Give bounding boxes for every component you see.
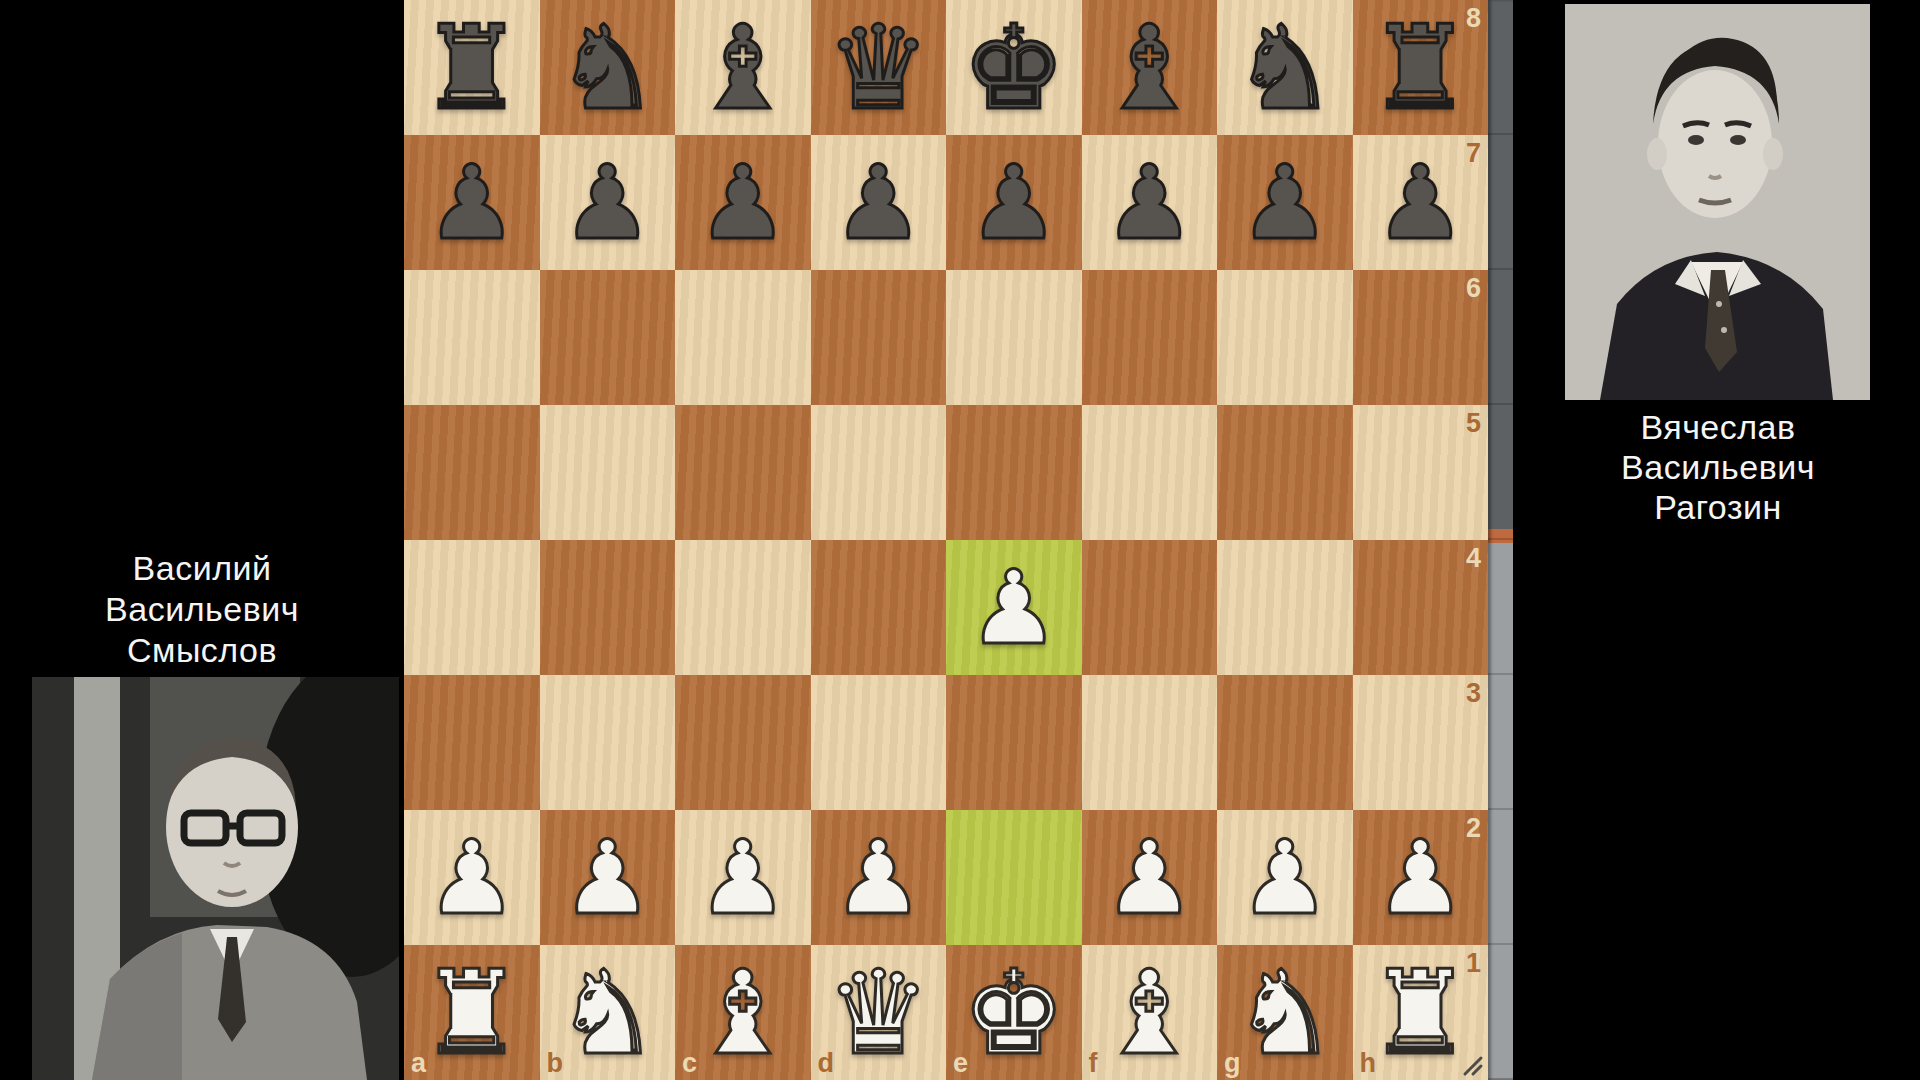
rank-label-4: 4 bbox=[1466, 543, 1481, 574]
white-pawn-g2[interactable]: ♟ bbox=[1217, 810, 1353, 945]
white-pawn-d2[interactable]: ♟ bbox=[811, 810, 947, 945]
rank-label-3: 3 bbox=[1466, 678, 1481, 709]
square-e4[interactable]: ♟ bbox=[946, 540, 1082, 675]
square-f2[interactable]: ♟ bbox=[1082, 810, 1218, 945]
square-a5[interactable] bbox=[404, 405, 540, 540]
black-pawn-c7[interactable]: ♟ bbox=[675, 135, 811, 270]
square-b7[interactable]: ♟ bbox=[540, 135, 676, 270]
square-b5[interactable] bbox=[540, 405, 676, 540]
square-h6[interactable]: 6 bbox=[1353, 270, 1489, 405]
white-pawn-f2[interactable]: ♟ bbox=[1082, 810, 1218, 945]
square-f6[interactable] bbox=[1082, 270, 1218, 405]
square-h4[interactable]: 4 bbox=[1353, 540, 1489, 675]
square-g4[interactable] bbox=[1217, 540, 1353, 675]
black-pawn-e7[interactable]: ♟ bbox=[946, 135, 1082, 270]
file-label-d: d bbox=[818, 1048, 835, 1079]
square-d2[interactable]: ♟ bbox=[811, 810, 947, 945]
left-player-name-line2: Васильевич bbox=[0, 589, 404, 630]
right-player-name-line3: Рагозин bbox=[1545, 487, 1891, 527]
black-pawn-a7[interactable]: ♟ bbox=[404, 135, 540, 270]
rank-label-5: 5 bbox=[1466, 408, 1481, 439]
right-player-name-line1: Вячеслав bbox=[1545, 407, 1891, 447]
white-pawn-a2[interactable]: ♟ bbox=[404, 810, 540, 945]
file-label-f: f bbox=[1089, 1048, 1098, 1079]
white-bishop-f1[interactable]: ♝ bbox=[1082, 945, 1218, 1080]
square-c2[interactable]: ♟ bbox=[675, 810, 811, 945]
square-g6[interactable] bbox=[1217, 270, 1353, 405]
square-a7[interactable]: ♟ bbox=[404, 135, 540, 270]
square-e5[interactable] bbox=[946, 405, 1082, 540]
square-a8[interactable]: ♜ bbox=[404, 0, 540, 135]
square-c6[interactable] bbox=[675, 270, 811, 405]
square-h2[interactable]: ♟2 bbox=[1353, 810, 1489, 945]
black-knight-b8[interactable]: ♞ bbox=[540, 0, 676, 135]
square-b1[interactable]: ♞b bbox=[540, 945, 676, 1080]
square-e2[interactable] bbox=[946, 810, 1082, 945]
right-player-name: Вячеслав Васильевич Рагозин bbox=[1545, 407, 1891, 527]
right-player-name-line2: Васильевич bbox=[1545, 447, 1891, 487]
square-a4[interactable] bbox=[404, 540, 540, 675]
square-d8[interactable]: ♛ bbox=[811, 0, 947, 135]
square-f7[interactable]: ♟ bbox=[1082, 135, 1218, 270]
square-e7[interactable]: ♟ bbox=[946, 135, 1082, 270]
square-d6[interactable] bbox=[811, 270, 947, 405]
square-c1[interactable]: ♝c bbox=[675, 945, 811, 1080]
square-h7[interactable]: ♟7 bbox=[1353, 135, 1489, 270]
square-f4[interactable] bbox=[1082, 540, 1218, 675]
file-label-b: b bbox=[547, 1048, 564, 1079]
square-d5[interactable] bbox=[811, 405, 947, 540]
square-a6[interactable] bbox=[404, 270, 540, 405]
black-bishop-f8[interactable]: ♝ bbox=[1082, 0, 1218, 135]
square-a2[interactable]: ♟ bbox=[404, 810, 540, 945]
square-h5[interactable]: 5 bbox=[1353, 405, 1489, 540]
video-frame: Василий Васильевич Смыслов ♜♞♝ bbox=[0, 0, 1920, 1080]
black-pawn-g7[interactable]: ♟ bbox=[1217, 135, 1353, 270]
left-player-photo bbox=[32, 677, 399, 1080]
black-knight-g8[interactable]: ♞ bbox=[1217, 0, 1353, 135]
square-b4[interactable] bbox=[540, 540, 676, 675]
square-b8[interactable]: ♞ bbox=[540, 0, 676, 135]
square-f5[interactable] bbox=[1082, 405, 1218, 540]
file-label-h: h bbox=[1360, 1048, 1377, 1079]
black-pawn-b7[interactable]: ♟ bbox=[540, 135, 676, 270]
white-pawn-b2[interactable]: ♟ bbox=[540, 810, 676, 945]
square-g2[interactable]: ♟ bbox=[1217, 810, 1353, 945]
square-d4[interactable] bbox=[811, 540, 947, 675]
black-pawn-f7[interactable]: ♟ bbox=[1082, 135, 1218, 270]
square-f8[interactable]: ♝ bbox=[1082, 0, 1218, 135]
square-b6[interactable] bbox=[540, 270, 676, 405]
square-e1[interactable]: ♚e bbox=[946, 945, 1082, 1080]
rank-label-8: 8 bbox=[1466, 3, 1481, 34]
square-f1[interactable]: ♝f bbox=[1082, 945, 1218, 1080]
square-e8[interactable]: ♚ bbox=[946, 0, 1082, 135]
black-rook-a8[interactable]: ♜ bbox=[404, 0, 540, 135]
left-player-name-line3: Смыслов bbox=[0, 630, 404, 671]
left-player-name-line1: Василий bbox=[0, 548, 404, 589]
right-player-photo bbox=[1565, 4, 1870, 400]
square-h3[interactable]: 3 bbox=[1353, 675, 1489, 810]
rank-label-7: 7 bbox=[1466, 138, 1481, 169]
black-king-e8[interactable]: ♚ bbox=[946, 0, 1082, 135]
file-label-c: c bbox=[682, 1048, 697, 1079]
square-c4[interactable] bbox=[675, 540, 811, 675]
move-scrollbar[interactable] bbox=[1488, 0, 1513, 1080]
rank-label-6: 6 bbox=[1466, 273, 1481, 304]
square-g5[interactable] bbox=[1217, 405, 1353, 540]
square-d3[interactable] bbox=[811, 675, 947, 810]
file-label-a: a bbox=[411, 1048, 426, 1079]
square-d1[interactable]: ♛d bbox=[811, 945, 947, 1080]
rank-label-1: 1 bbox=[1466, 948, 1481, 979]
rank-label-2: 2 bbox=[1466, 813, 1481, 844]
square-a1[interactable]: ♜a bbox=[404, 945, 540, 1080]
square-e6[interactable] bbox=[946, 270, 1082, 405]
black-pawn-d7[interactable]: ♟ bbox=[811, 135, 947, 270]
square-b3[interactable] bbox=[540, 675, 676, 810]
square-d7[interactable]: ♟ bbox=[811, 135, 947, 270]
square-g8[interactable]: ♞ bbox=[1217, 0, 1353, 135]
square-e3[interactable] bbox=[946, 675, 1082, 810]
file-label-e: e bbox=[953, 1048, 968, 1079]
black-bishop-c8[interactable]: ♝ bbox=[675, 0, 811, 135]
square-b2[interactable]: ♟ bbox=[540, 810, 676, 945]
square-c3[interactable] bbox=[675, 675, 811, 810]
square-g1[interactable]: ♞g bbox=[1217, 945, 1353, 1080]
square-f3[interactable] bbox=[1082, 675, 1218, 810]
square-g7[interactable]: ♟ bbox=[1217, 135, 1353, 270]
square-h8[interactable]: ♜8 bbox=[1353, 0, 1489, 135]
scrollbar-ticks bbox=[1488, 0, 1513, 1080]
square-a3[interactable] bbox=[404, 675, 540, 810]
file-label-g: g bbox=[1224, 1048, 1241, 1079]
black-queen-d8[interactable]: ♛ bbox=[811, 0, 947, 135]
white-pawn-c2[interactable]: ♟ bbox=[675, 810, 811, 945]
square-c5[interactable] bbox=[675, 405, 811, 540]
resize-grip-icon[interactable] bbox=[1462, 1055, 1484, 1077]
square-c8[interactable]: ♝ bbox=[675, 0, 811, 135]
white-pawn-e4[interactable]: ♟ bbox=[946, 540, 1082, 675]
square-c7[interactable]: ♟ bbox=[675, 135, 811, 270]
chess-board: ♜♞♝♛♚♝♞♜8♟♟♟♟♟♟♟♟765♟43♟♟♟♟♟♟♟2♜a♞b♝c♛d♚… bbox=[404, 0, 1488, 1080]
left-player-name: Василий Васильевич Смыслов bbox=[0, 548, 404, 671]
square-g3[interactable] bbox=[1217, 675, 1353, 810]
